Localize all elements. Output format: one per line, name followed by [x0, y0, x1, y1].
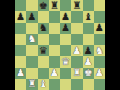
square-d4[interactable]	[49, 45, 60, 56]
square-d3[interactable]	[49, 56, 60, 67]
piece-white-rook[interactable]: ♜	[27, 79, 36, 89]
square-f3[interactable]	[71, 56, 82, 67]
square-h2[interactable]: ♟	[94, 68, 105, 79]
square-e4[interactable]	[60, 45, 71, 56]
square-f8[interactable]: ♜	[71, 0, 82, 11]
square-d1[interactable]	[49, 79, 60, 90]
square-c8[interactable]: ♚	[38, 0, 49, 11]
square-e2[interactable]	[60, 68, 71, 79]
piece-white-rook[interactable]: ♜	[72, 68, 81, 78]
square-b4[interactable]	[26, 45, 37, 56]
square-f1[interactable]	[71, 79, 82, 90]
letterbox-right	[105, 0, 120, 90]
piece-black-rook[interactable]: ♜	[72, 0, 81, 10]
square-h8[interactable]	[94, 0, 105, 11]
square-h4[interactable]: ♞	[94, 45, 105, 56]
chess-app-frame: ♚♜♜♟♟♟♝♞♟♟♞♛♟♟♞♛♟♟♟♜♚♟♜♝	[0, 0, 120, 90]
square-a4[interactable]	[15, 45, 26, 56]
square-a1[interactable]	[15, 79, 26, 90]
square-c2[interactable]	[38, 68, 49, 79]
piece-black-queen[interactable]: ♛	[39, 45, 48, 55]
square-a6[interactable]	[15, 23, 26, 34]
square-c5[interactable]	[38, 34, 49, 45]
square-h3[interactable]	[94, 56, 105, 67]
piece-white-knight[interactable]: ♞	[27, 34, 36, 44]
piece-black-knight[interactable]: ♞	[39, 23, 48, 33]
piece-black-pawn[interactable]: ♟	[27, 11, 36, 21]
square-a5[interactable]	[15, 34, 26, 45]
square-e1[interactable]	[60, 79, 71, 90]
square-d2[interactable]: ♟	[49, 68, 60, 79]
square-b5[interactable]: ♞	[26, 34, 37, 45]
square-b8[interactable]	[26, 0, 37, 11]
square-f2[interactable]: ♜	[71, 68, 82, 79]
square-a8[interactable]	[15, 0, 26, 11]
square-h6[interactable]: ♟	[94, 23, 105, 34]
piece-white-queen[interactable]: ♛	[61, 56, 70, 66]
square-h1[interactable]	[94, 79, 105, 90]
square-a3[interactable]	[15, 56, 26, 67]
square-d5[interactable]	[49, 34, 60, 45]
square-b1[interactable]: ♜	[26, 79, 37, 90]
square-e7[interactable]: ♟	[60, 11, 71, 22]
square-b3[interactable]	[26, 56, 37, 67]
piece-black-pawn[interactable]: ♟	[95, 23, 104, 33]
piece-black-pawn[interactable]: ♟	[61, 23, 70, 33]
square-g4[interactable]: ♟	[83, 45, 94, 56]
square-c3[interactable]	[38, 56, 49, 67]
piece-white-pawn[interactable]: ♟	[72, 45, 81, 55]
piece-black-bishop[interactable]: ♝	[84, 11, 93, 21]
square-a7[interactable]: ♟	[15, 11, 26, 22]
square-c6[interactable]: ♞	[38, 23, 49, 34]
square-d6[interactable]	[49, 23, 60, 34]
square-b7[interactable]: ♟	[26, 11, 37, 22]
square-f7[interactable]	[71, 11, 82, 22]
chess-board: ♚♜♜♟♟♟♝♞♟♟♞♛♟♟♞♛♟♟♟♜♚♟♜♝	[15, 0, 105, 90]
piece-white-pawn[interactable]: ♟	[95, 68, 104, 78]
square-g2[interactable]: ♚	[83, 68, 94, 79]
square-d8[interactable]: ♜	[49, 0, 60, 11]
square-g5[interactable]	[83, 34, 94, 45]
piece-black-pawn[interactable]: ♟	[61, 11, 70, 21]
piece-black-pawn[interactable]: ♟	[16, 11, 25, 21]
square-f6[interactable]	[71, 23, 82, 34]
square-g6[interactable]	[83, 23, 94, 34]
square-e3[interactable]: ♛	[60, 56, 71, 67]
square-a2[interactable]: ♟	[15, 68, 26, 79]
piece-white-pawn[interactable]: ♟	[16, 68, 25, 78]
square-g3[interactable]: ♟	[83, 56, 94, 67]
square-h7[interactable]	[94, 11, 105, 22]
square-b2[interactable]	[26, 68, 37, 79]
piece-black-rook[interactable]: ♜	[50, 0, 59, 10]
square-e6[interactable]: ♟	[60, 23, 71, 34]
letterbox-left	[0, 0, 15, 90]
square-f4[interactable]: ♟	[71, 45, 82, 56]
square-e5[interactable]	[60, 34, 71, 45]
square-h5[interactable]	[94, 34, 105, 45]
square-g8[interactable]	[83, 0, 94, 11]
piece-white-pawn[interactable]: ♟	[50, 68, 59, 78]
square-g7[interactable]: ♝	[83, 11, 94, 22]
square-c7[interactable]	[38, 11, 49, 22]
square-c1[interactable]: ♝	[38, 79, 49, 90]
square-d7[interactable]	[49, 11, 60, 22]
piece-white-pawn[interactable]: ♟	[84, 56, 93, 66]
square-g1[interactable]	[83, 79, 94, 90]
piece-black-pawn[interactable]: ♟	[84, 45, 93, 55]
square-e8[interactable]	[60, 0, 71, 11]
square-b6[interactable]	[26, 23, 37, 34]
piece-white-king[interactable]: ♚	[84, 68, 93, 78]
piece-black-king[interactable]: ♚	[39, 0, 48, 10]
piece-white-knight[interactable]: ♞	[95, 45, 104, 55]
square-c4[interactable]: ♛	[38, 45, 49, 56]
square-f5[interactable]	[71, 34, 82, 45]
piece-white-bishop[interactable]: ♝	[39, 79, 48, 89]
